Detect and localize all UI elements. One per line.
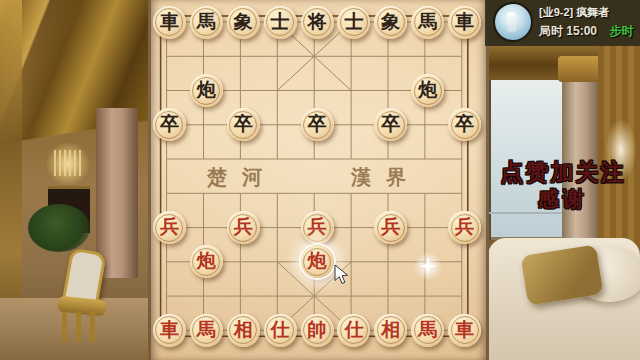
gold-chair-legs [62,312,104,342]
player-timers: 局时 15:00 步时 00:30 [539,23,640,40]
piece-black-general[interactable]: 将 [301,6,334,39]
avatar-figure [506,12,516,33]
chandelier-icon [54,150,82,176]
piece-red-rook[interactable]: 車 [153,314,186,347]
piece-red-horse[interactable]: 馬 [190,314,223,347]
piece-red-soldier[interactable]: 兵 [301,211,334,244]
overlay-line1: 点赞加关注 [486,160,640,186]
piece-black-soldier[interactable]: 卒 [153,108,186,141]
marble-column-right [562,56,600,246]
marble-column-left [96,108,138,278]
piece-black-cannon[interactable]: 炮 [190,74,223,107]
piece-black-soldier[interactable]: 卒 [301,108,334,141]
overlay-line2: 感谢 [486,186,640,212]
piece-red-elephant[interactable]: 相 [374,314,407,347]
piece-red-advisor[interactable]: 仕 [264,314,297,347]
piece-red-soldier[interactable]: 兵 [153,211,186,244]
player-info-bar: [业9-2] 疯舞者 局时 15:00 步时 00:30 [485,0,640,46]
piece-red-soldier[interactable]: 兵 [227,211,260,244]
piece-red-rook[interactable]: 車 [448,314,481,347]
streamer-overlay-text: 点赞加关注 感谢 [486,160,640,212]
move-time-label: 步时 [609,24,633,38]
background-left-palace [0,0,148,360]
xiangqi-board[interactable]: 楚 河 漢 界 車馬象士将士象馬車炮炮卒卒卒卒卒兵兵兵兵兵炮炮車馬相仕帥仕相馬車 [148,0,489,360]
green-plant [28,204,90,252]
piece-black-soldier[interactable]: 卒 [374,108,407,141]
piece-black-advisor[interactable]: 士 [264,6,297,39]
game-screen: 楚 河 漢 界 車馬象士将士象馬車炮炮卒卒卒卒卒兵兵兵兵兵炮炮車馬相仕帥仕相馬車… [0,0,640,360]
piece-black-soldier[interactable]: 卒 [448,108,481,141]
piece-red-soldier[interactable]: 兵 [374,211,407,244]
piece-black-rook[interactable]: 車 [448,6,481,39]
piece-red-elephant[interactable]: 相 [227,314,260,347]
piece-red-advisor[interactable]: 仕 [337,314,370,347]
piece-black-horse[interactable]: 馬 [190,6,223,39]
piece-black-soldier[interactable]: 卒 [227,108,260,141]
piece-red-cannon[interactable]: 炮 [190,245,223,278]
piece-black-advisor[interactable]: 士 [337,6,370,39]
piece-layer: 車馬象士将士象馬車炮炮卒卒卒卒卒兵兵兵兵兵炮炮車馬相仕帥仕相馬車 [151,5,483,348]
piece-red-horse[interactable]: 馬 [411,314,444,347]
game-time-value: 15:00 [566,24,597,38]
game-time-label: 局时 [539,24,563,38]
piece-red-soldier[interactable]: 兵 [448,211,481,244]
piece-black-horse[interactable]: 馬 [411,6,444,39]
player-name: [业9-2] 疯舞者 [539,5,609,20]
window-rail [488,212,562,214]
piece-red-cannon[interactable]: 炮 [301,245,334,278]
piece-black-rook[interactable]: 車 [153,6,186,39]
piece-black-elephant[interactable]: 象 [374,6,407,39]
player-avatar[interactable] [493,2,533,42]
piece-red-general[interactable]: 帥 [301,314,334,347]
piece-black-cannon[interactable]: 炮 [411,74,444,107]
piece-black-elephant[interactable]: 象 [227,6,260,39]
